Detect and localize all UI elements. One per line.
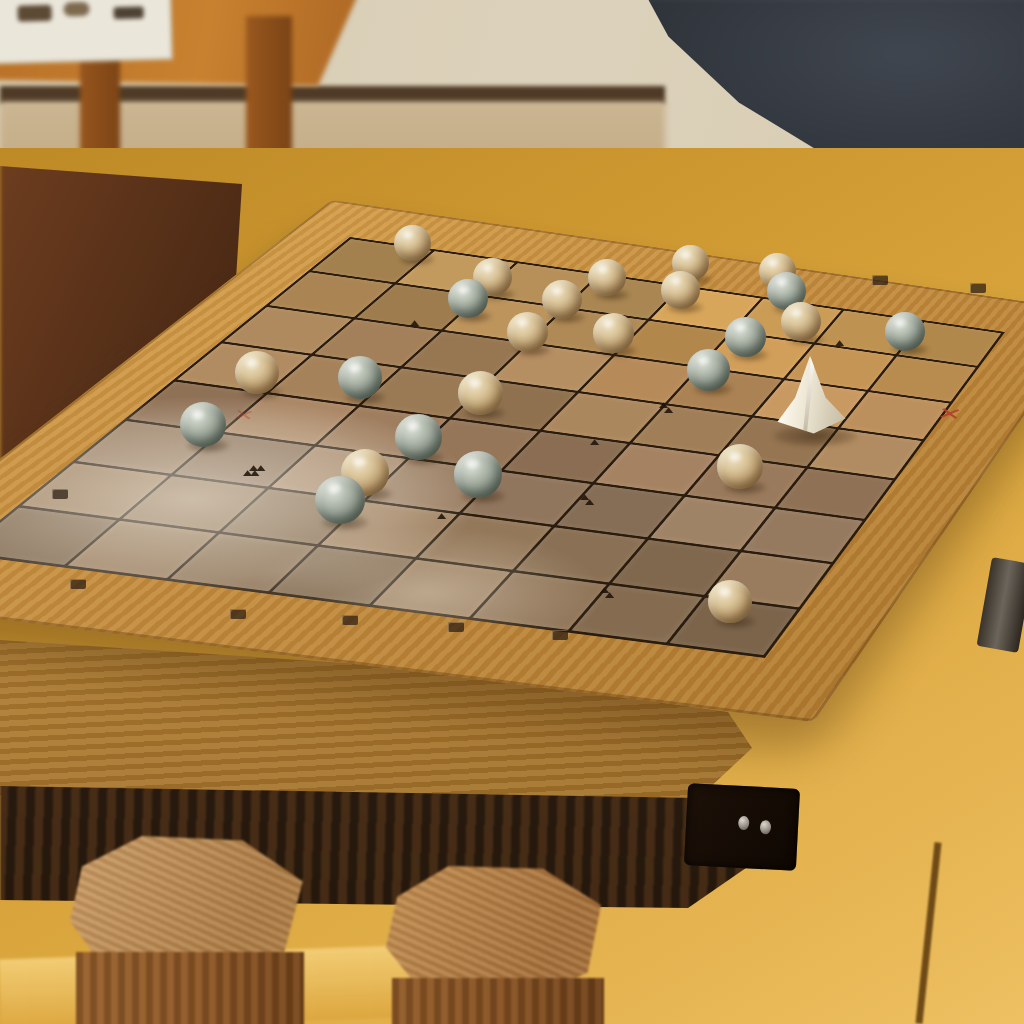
metal-stud	[760, 820, 772, 835]
tan-marble-piece[interactable]	[588, 259, 626, 296]
cell-mark-stamp	[448, 622, 464, 632]
tan-marble-piece[interactable]	[717, 444, 763, 489]
grey-marble-piece[interactable]	[180, 402, 226, 447]
cell-mark-stamp	[230, 609, 246, 619]
tan-marble-piece[interactable]	[458, 371, 503, 415]
cell-mark-stamp	[872, 275, 888, 285]
cell-mark-stamp	[52, 489, 68, 499]
cell-mark-tri1: ▲	[410, 319, 417, 326]
cell-mark-stamp	[70, 579, 86, 589]
cell-mark-tri2: ▲▲	[580, 493, 592, 505]
cell-mark-tri1: ▲	[437, 512, 444, 519]
cell-mark-tri2: ▲▲	[659, 401, 671, 413]
tray-item	[63, 2, 89, 17]
grey-marble-piece[interactable]	[315, 476, 365, 525]
metal-stud	[738, 816, 750, 831]
cell-mark-tri1: ▲	[835, 339, 842, 346]
tan-marble-piece[interactable]	[235, 351, 279, 394]
cell-mark-stamp	[552, 630, 568, 640]
grey-marble-piece[interactable]	[687, 349, 730, 391]
tan-marble-piece[interactable]	[542, 280, 582, 319]
cell-mark-red-x-faint: ✕	[231, 407, 256, 423]
cell-mark-red-x: ✕	[935, 405, 964, 423]
tray-item	[113, 6, 143, 19]
tan-marble-piece[interactable]	[708, 580, 752, 623]
cell-mark-tri3: ▲▲▲▲	[243, 464, 263, 476]
grey-marble-piece[interactable]	[725, 317, 766, 357]
grey-marble-piece[interactable]	[448, 279, 488, 318]
box-compartment[interactable]	[684, 783, 800, 871]
white-tray	[0, 0, 173, 64]
tan-marble-piece[interactable]	[593, 313, 634, 353]
cell-mark-stamp	[342, 615, 358, 625]
tan-marble-piece[interactable]	[507, 312, 548, 352]
tan-marble-piece[interactable]	[394, 225, 431, 261]
cell-mark-tri2: ▲▲	[600, 586, 612, 598]
tan-marble-piece[interactable]	[781, 302, 821, 341]
side-table-leg	[246, 16, 292, 166]
tan-marble-piece[interactable]	[661, 271, 700, 309]
grey-marble-piece[interactable]	[885, 312, 925, 351]
grey-marble-piece[interactable]	[454, 451, 502, 498]
cell-mark-stamp	[970, 283, 986, 293]
grey-marble-piece[interactable]	[395, 414, 442, 460]
table-front-edge	[0, 945, 431, 1024]
tray-item	[17, 5, 51, 22]
grey-marble-piece[interactable]	[338, 356, 382, 399]
cell-mark-tri1: ▲	[590, 438, 597, 445]
